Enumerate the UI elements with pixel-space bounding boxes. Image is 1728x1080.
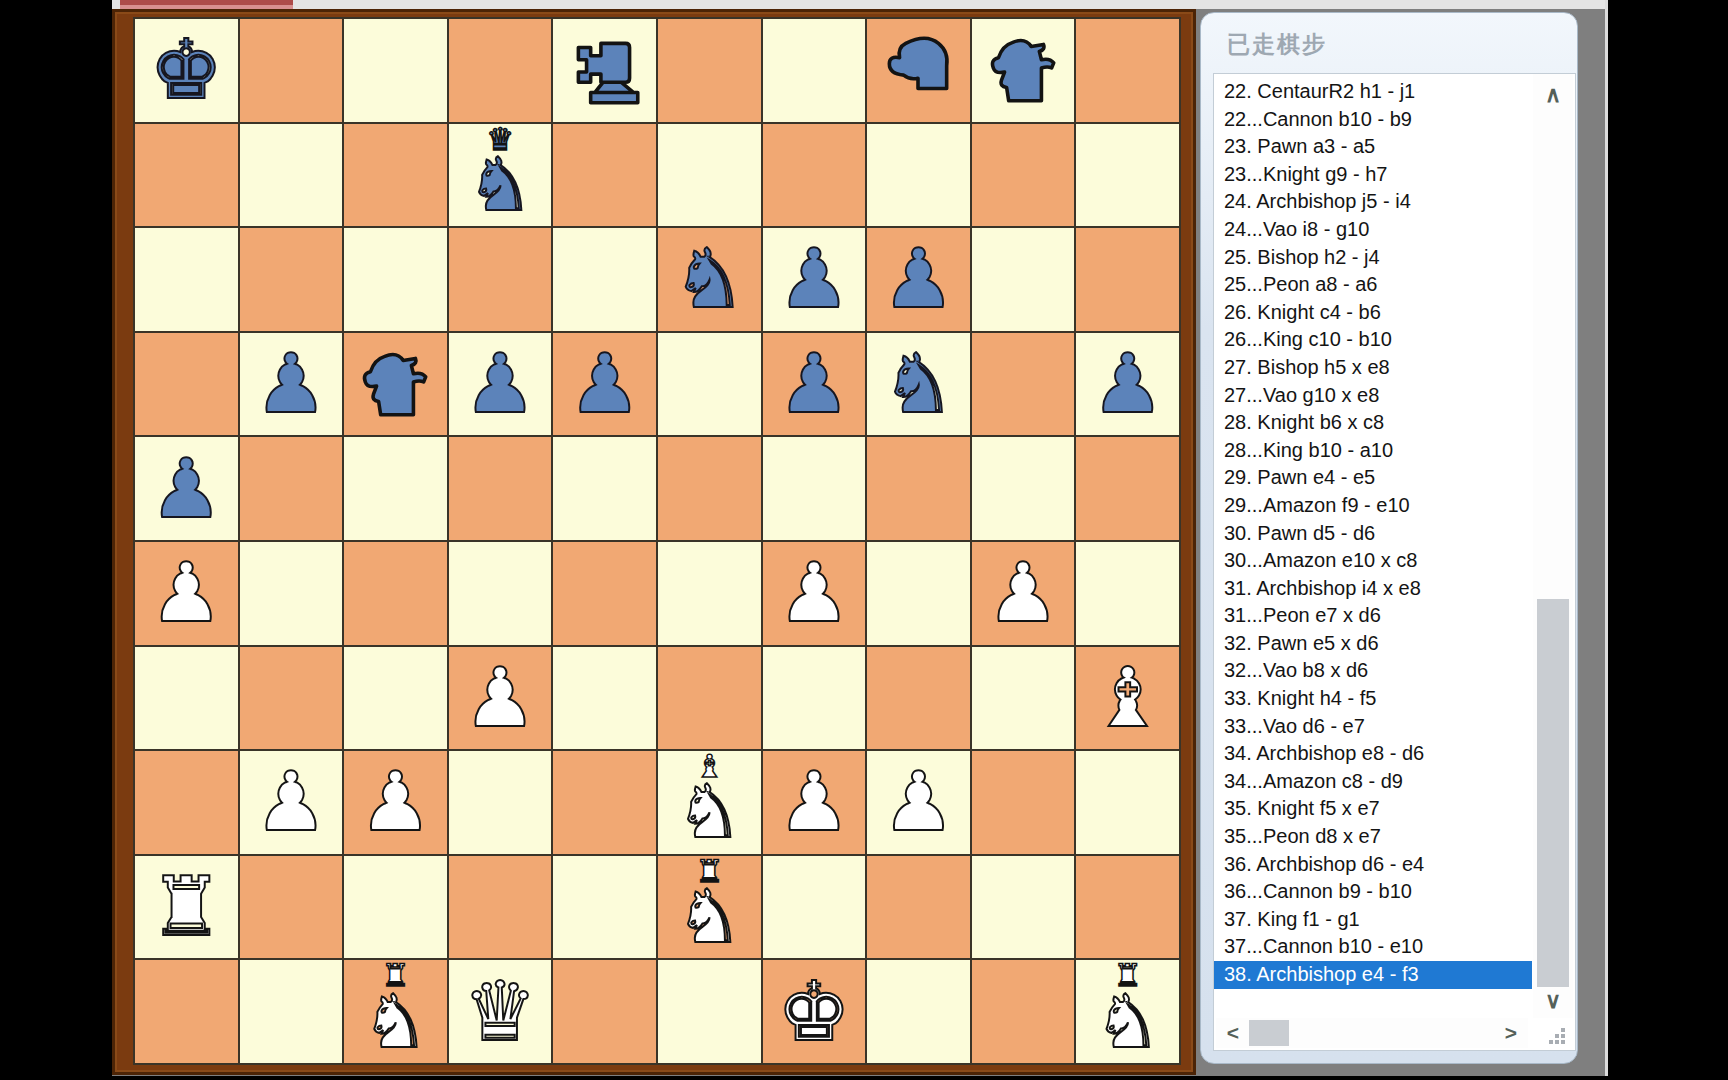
piece-bP-b7[interactable]: ♟ xyxy=(240,333,343,436)
square-f2[interactable]: ♞♜ xyxy=(658,856,761,959)
square-e6[interactable] xyxy=(553,437,656,540)
piece-wK-g1[interactable]: ♚ xyxy=(763,960,866,1063)
square-e8[interactable] xyxy=(553,228,656,331)
piece-bP-a6[interactable]: ♟ xyxy=(135,437,238,540)
square-d10[interactable] xyxy=(449,19,552,122)
move-listbox[interactable]: 22. CentaurR2 h1 - j122...Cannon b10 - b… xyxy=(1213,73,1576,1051)
move-panel-title: 已走棋步 xyxy=(1227,29,1327,60)
move-list-item[interactable]: 26. Knight c4 - b6 xyxy=(1214,299,1532,327)
square-f9[interactable] xyxy=(658,124,761,227)
square-h8[interactable]: ♟ xyxy=(867,228,970,331)
piece-wCR-j1[interactable]: ♞♜ xyxy=(1076,960,1179,1063)
move-list-item[interactable]: 24. Archbishop j5 - i4 xyxy=(1214,188,1532,216)
scroll-up-icon[interactable]: ∧ xyxy=(1533,78,1573,112)
window-titlebar-fragment xyxy=(120,0,293,9)
square-j6[interactable] xyxy=(1076,437,1179,540)
square-g7[interactable]: ♟ xyxy=(763,333,866,436)
square-d4[interactable]: ♟ xyxy=(449,647,552,750)
square-g4[interactable] xyxy=(763,647,866,750)
square-i5[interactable]: ♟ xyxy=(972,542,1075,645)
move-list-item[interactable]: 36. Archbishop d6 - e4 xyxy=(1214,851,1532,879)
piece-bAm-d9[interactable]: ♞♛ xyxy=(449,124,552,227)
square-c2[interactable] xyxy=(344,856,447,959)
square-h9[interactable] xyxy=(867,124,970,227)
piece-wB-j4[interactable]: ♝ xyxy=(1076,647,1179,750)
square-d5[interactable] xyxy=(449,542,552,645)
piece-wP-b3[interactable]: ♟ xyxy=(240,751,343,854)
square-b6[interactable] xyxy=(240,437,343,540)
square-a3[interactable] xyxy=(135,751,238,854)
square-f3[interactable]: ♞♝ xyxy=(658,751,761,854)
piece-bP-d7[interactable]: ♟ xyxy=(449,333,552,436)
scroll-down-icon[interactable]: ∨ xyxy=(1533,984,1573,1018)
piece-bP-e7[interactable]: ♟ xyxy=(553,333,656,436)
square-c8[interactable] xyxy=(344,228,447,331)
square-h2[interactable] xyxy=(867,856,970,959)
square-b4[interactable] xyxy=(240,647,343,750)
square-f5[interactable] xyxy=(658,542,761,645)
piece-bCm-c7[interactable] xyxy=(344,333,447,436)
square-f4[interactable] xyxy=(658,647,761,750)
move-list-item[interactable]: 33...Vao d6 - e7 xyxy=(1214,713,1532,741)
move-list-item[interactable]: 34...Amazon c8 - d9 xyxy=(1214,768,1532,796)
square-d6[interactable] xyxy=(449,437,552,540)
move-list-item[interactable]: 25. Bishop h2 - j4 xyxy=(1214,244,1532,272)
move-list-item[interactable]: 37. King f1 - g1 xyxy=(1214,906,1532,934)
square-d8[interactable] xyxy=(449,228,552,331)
square-j3[interactable] xyxy=(1076,751,1179,854)
piece-wCh-f2[interactable]: ♞♜ xyxy=(658,856,761,959)
move-list-item[interactable]: 30...Amazon e10 x c8 xyxy=(1214,547,1532,575)
piece-wCR-c1[interactable]: ♞♜ xyxy=(344,960,447,1063)
piece-bN-f8[interactable]: ♞ xyxy=(658,228,761,331)
square-g5[interactable]: ♟ xyxy=(763,542,866,645)
square-j2[interactable] xyxy=(1076,856,1179,959)
move-list: 22. CentaurR2 h1 - j122...Cannon b10 - b… xyxy=(1214,78,1532,989)
square-i1[interactable] xyxy=(972,960,1075,1063)
square-e5[interactable] xyxy=(553,542,656,645)
move-list-item[interactable]: 27...Vao g10 x e8 xyxy=(1214,382,1532,410)
scroll-right-icon[interactable]: > xyxy=(1498,1020,1524,1046)
move-list-item[interactable]: 29. Pawn e4 - e5 xyxy=(1214,464,1532,492)
move-list-item[interactable]: 30. Pawn d5 - d6 xyxy=(1214,520,1532,548)
square-f1[interactable] xyxy=(658,960,761,1063)
vertical-scrollbar[interactable]: ∧ ∨ xyxy=(1533,74,1573,1018)
square-g2[interactable] xyxy=(763,856,866,959)
square-i2[interactable] xyxy=(972,856,1075,959)
square-g10[interactable] xyxy=(763,19,866,122)
square-j4[interactable]: ♝ xyxy=(1076,647,1179,750)
horizontal-scrollbar[interactable]: < > xyxy=(1216,1018,1528,1048)
app-window: ♚♞♛♞♟♟♟♟♟♟♞♟♟♟♟♟♟♝♟♟♞♝♟♟♜♞♜♞♜♛♚♞♜ 已走棋步 2… xyxy=(112,0,1608,1076)
move-list-item[interactable]: 23...Knight g9 - h7 xyxy=(1214,161,1532,189)
square-j7[interactable]: ♟ xyxy=(1076,333,1179,436)
square-h10[interactable] xyxy=(867,19,970,122)
square-i4[interactable] xyxy=(972,647,1075,750)
square-i3[interactable] xyxy=(972,751,1075,854)
piece-wP-g5[interactable]: ♟ xyxy=(763,542,866,645)
square-j5[interactable] xyxy=(1076,542,1179,645)
square-j8[interactable] xyxy=(1076,228,1179,331)
move-list-item[interactable]: 27. Bishop h5 x e8 xyxy=(1214,354,1532,382)
square-j10[interactable] xyxy=(1076,19,1179,122)
move-list-item[interactable]: 28...King b10 - a10 xyxy=(1214,437,1532,465)
piece-wP-i5[interactable]: ♟ xyxy=(972,542,1075,645)
square-a7[interactable] xyxy=(135,333,238,436)
square-e4[interactable] xyxy=(553,647,656,750)
screenshot-stage: ♚♞♛♞♟♟♟♟♟♟♞♟♟♟♟♟♟♝♟♟♞♝♟♟♜♞♜♞♜♛♚♞♜ 已走棋步 2… xyxy=(0,0,1728,1080)
move-list-item[interactable]: 22...Cannon b10 - b9 xyxy=(1214,106,1532,134)
move-list-item[interactable]: 26...King c10 - b10 xyxy=(1214,326,1532,354)
square-d3[interactable] xyxy=(449,751,552,854)
square-a1[interactable] xyxy=(135,960,238,1063)
move-list-item[interactable]: 25...Peon a8 - a6 xyxy=(1214,271,1532,299)
square-b9[interactable] xyxy=(240,124,343,227)
square-g9[interactable] xyxy=(763,124,866,227)
square-e3[interactable] xyxy=(553,751,656,854)
square-h3[interactable]: ♟ xyxy=(867,751,970,854)
square-g6[interactable] xyxy=(763,437,866,540)
square-c6[interactable] xyxy=(344,437,447,540)
square-f8[interactable]: ♞ xyxy=(658,228,761,331)
square-c3[interactable]: ♟ xyxy=(344,751,447,854)
move-list-item[interactable]: 22. CentaurR2 h1 - j1 xyxy=(1214,78,1532,106)
piece-bP-g7[interactable]: ♟ xyxy=(763,333,866,436)
piece-bCn-e10[interactable] xyxy=(553,19,656,122)
game-board: ♚♞♛♞♟♟♟♟♟♟♞♟♟♟♟♟♟♝♟♟♞♝♟♟♜♞♜♞♜♛♚♞♜ xyxy=(133,17,1181,1065)
piece-bCm-i10[interactable] xyxy=(972,19,1075,122)
square-f7[interactable] xyxy=(658,333,761,436)
piece-bN-h7[interactable]: ♞ xyxy=(867,333,970,436)
piece-wP-a5[interactable]: ♟ xyxy=(135,542,238,645)
piece-wAB-f3[interactable]: ♞♝ xyxy=(658,751,761,854)
move-list-item[interactable]: 37...Cannon b10 - e10 xyxy=(1214,933,1532,961)
square-a5[interactable]: ♟ xyxy=(135,542,238,645)
board-frame: ♚♞♛♞♟♟♟♟♟♟♞♟♟♟♟♟♟♝♟♟♞♝♟♟♜♞♜♞♜♛♚♞♜ xyxy=(112,9,1196,1075)
square-c1[interactable]: ♞♜ xyxy=(344,960,447,1063)
piece-bK-a10[interactable]: ♚ xyxy=(135,19,238,122)
piece-wP-d4[interactable]: ♟ xyxy=(449,647,552,750)
square-b7[interactable]: ♟ xyxy=(240,333,343,436)
square-c4[interactable] xyxy=(344,647,447,750)
square-j1[interactable]: ♞♜ xyxy=(1076,960,1179,1063)
square-c10[interactable] xyxy=(344,19,447,122)
square-c5[interactable] xyxy=(344,542,447,645)
square-d7[interactable]: ♟ xyxy=(449,333,552,436)
move-panel: 已走棋步 22. CentaurR2 h1 - j122...Cannon b1… xyxy=(1200,12,1578,1064)
piece-wP-g3[interactable]: ♟ xyxy=(763,751,866,854)
square-h5[interactable] xyxy=(867,542,970,645)
square-h4[interactable] xyxy=(867,647,970,750)
square-b10[interactable] xyxy=(240,19,343,122)
piece-bP-h8[interactable]: ♟ xyxy=(867,228,970,331)
horizontal-scrollbar-thumb[interactable] xyxy=(1249,1020,1289,1046)
square-b3[interactable]: ♟ xyxy=(240,751,343,854)
square-g8[interactable]: ♟ xyxy=(763,228,866,331)
square-d1[interactable]: ♛ xyxy=(449,960,552,1063)
piece-wP-c3[interactable]: ♟ xyxy=(344,751,447,854)
scroll-left-icon[interactable]: < xyxy=(1220,1020,1246,1046)
square-c9[interactable] xyxy=(344,124,447,227)
square-g3[interactable]: ♟ xyxy=(763,751,866,854)
square-b2[interactable] xyxy=(240,856,343,959)
move-list-item[interactable]: 34. Archbishop e8 - d6 xyxy=(1214,740,1532,768)
move-list-item[interactable]: 36...Cannon b9 - b10 xyxy=(1214,878,1532,906)
move-list-item[interactable]: 31...Peon e7 x d6 xyxy=(1214,602,1532,630)
square-b1[interactable] xyxy=(240,960,343,1063)
move-list-item[interactable]: 31. Archbishop i4 x e8 xyxy=(1214,575,1532,603)
square-a2[interactable]: ♜ xyxy=(135,856,238,959)
square-f6[interactable] xyxy=(658,437,761,540)
square-a8[interactable] xyxy=(135,228,238,331)
square-h6[interactable] xyxy=(867,437,970,540)
square-i10[interactable] xyxy=(972,19,1075,122)
move-list-item[interactable]: 28. Knight b6 x c8 xyxy=(1214,409,1532,437)
square-i8[interactable] xyxy=(972,228,1075,331)
move-list-item[interactable]: 24...Vao i8 - g10 xyxy=(1214,216,1532,244)
piece-bP-g8[interactable]: ♟ xyxy=(763,228,866,331)
square-a4[interactable] xyxy=(135,647,238,750)
square-e7[interactable]: ♟ xyxy=(553,333,656,436)
move-list-item-selected[interactable]: 38. Archbishop e4 - f3 xyxy=(1214,961,1532,989)
move-list-item[interactable]: 33. Knight h4 - f5 xyxy=(1214,685,1532,713)
square-a6[interactable]: ♟ xyxy=(135,437,238,540)
square-h1[interactable] xyxy=(867,960,970,1063)
piece-wP-h3[interactable]: ♟ xyxy=(867,751,970,854)
square-e1[interactable] xyxy=(553,960,656,1063)
piece-wR-a2[interactable]: ♜ xyxy=(135,856,238,959)
move-list-item[interactable]: 29...Amazon f9 - e10 xyxy=(1214,492,1532,520)
square-a9[interactable] xyxy=(135,124,238,227)
square-b8[interactable] xyxy=(240,228,343,331)
square-h7[interactable]: ♞ xyxy=(867,333,970,436)
square-i6[interactable] xyxy=(972,437,1075,540)
square-j9[interactable] xyxy=(1076,124,1179,227)
square-c7[interactable] xyxy=(344,333,447,436)
square-a10[interactable]: ♚ xyxy=(135,19,238,122)
piece-bP-j7[interactable]: ♟ xyxy=(1076,333,1179,436)
vertical-scrollbar-thumb[interactable] xyxy=(1537,599,1569,987)
square-i9[interactable] xyxy=(972,124,1075,227)
piece-wQ-d1[interactable]: ♛ xyxy=(449,960,552,1063)
piece-bEl-h10[interactable] xyxy=(867,19,970,122)
move-list-item[interactable]: 35. Knight f5 x e7 xyxy=(1214,795,1532,823)
resize-grip-icon[interactable] xyxy=(1549,1026,1567,1044)
square-d9[interactable]: ♞♛ xyxy=(449,124,552,227)
square-e2[interactable] xyxy=(553,856,656,959)
square-i7[interactable] xyxy=(972,333,1075,436)
square-b5[interactable] xyxy=(240,542,343,645)
square-f10[interactable] xyxy=(658,19,761,122)
square-g1[interactable]: ♚ xyxy=(763,960,866,1063)
move-list-item[interactable]: 32...Vao b8 x d6 xyxy=(1214,657,1532,685)
window-top-edge xyxy=(112,0,1605,9)
square-d2[interactable] xyxy=(449,856,552,959)
move-list-item[interactable]: 35...Peon d8 x e7 xyxy=(1214,823,1532,851)
square-e9[interactable] xyxy=(553,124,656,227)
move-list-item[interactable]: 32. Pawn e5 x d6 xyxy=(1214,630,1532,658)
move-list-item[interactable]: 23. Pawn a3 - a5 xyxy=(1214,133,1532,161)
square-e10[interactable] xyxy=(553,19,656,122)
